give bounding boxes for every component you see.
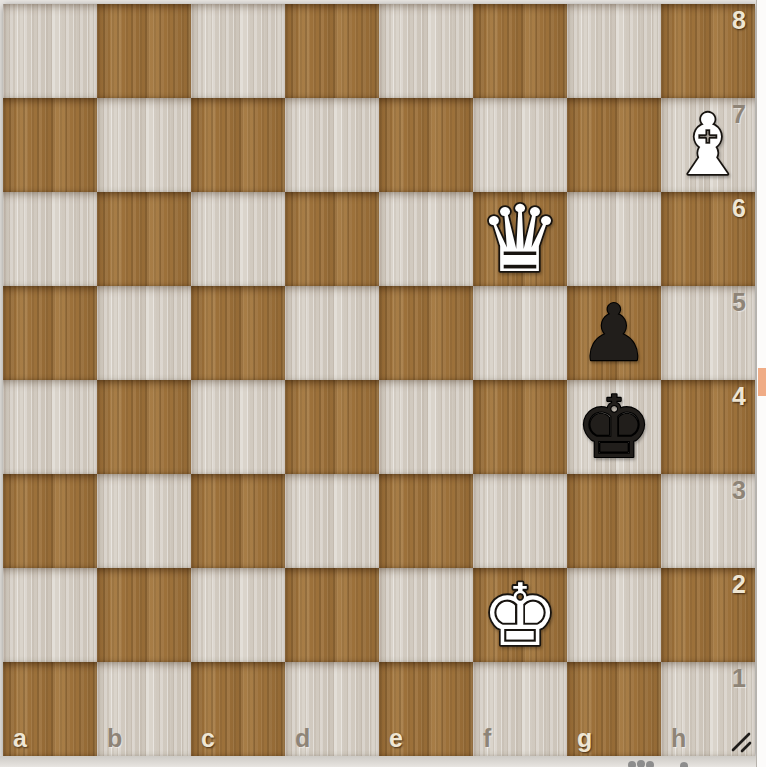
page-area-below-board — [0, 756, 756, 767]
square-c7[interactable] — [191, 98, 285, 192]
square-b7[interactable] — [97, 98, 191, 192]
square-d5[interactable] — [285, 286, 379, 380]
square-a3[interactable] — [3, 474, 97, 568]
square-g6[interactable] — [567, 192, 661, 286]
file-label-a: a — [13, 726, 27, 751]
file-label-h: h — [671, 726, 686, 751]
rank-label-6: 6 — [732, 196, 746, 221]
square-g1[interactable]: g — [567, 662, 661, 756]
square-d4[interactable] — [285, 380, 379, 474]
resize-handle-icon[interactable] — [729, 730, 753, 754]
square-b1[interactable]: b — [97, 662, 191, 756]
black-pawn[interactable]: ♟ — [567, 286, 661, 380]
rank-label-5: 5 — [732, 290, 746, 315]
black-king[interactable]: ♚ — [567, 380, 661, 474]
square-a1[interactable]: a — [3, 662, 97, 756]
square-g4[interactable]: ♚ — [567, 380, 661, 474]
square-h6[interactable]: 6 — [661, 192, 755, 286]
chess-board: 87♝♛6♟5♚43♚2abcdefgh1 — [3, 4, 755, 756]
square-f4[interactable] — [473, 380, 567, 474]
square-c1[interactable]: c — [191, 662, 285, 756]
square-d8[interactable] — [285, 4, 379, 98]
square-h8[interactable]: 8 — [661, 4, 755, 98]
square-d6[interactable] — [285, 192, 379, 286]
square-h7[interactable]: 7♝ — [661, 98, 755, 192]
cutoff-content-dot — [628, 761, 636, 767]
rank-label-3: 3 — [732, 478, 746, 503]
square-e5[interactable] — [379, 286, 473, 380]
svg-text:♟: ♟ — [579, 288, 649, 378]
white-queen[interactable]: ♛ — [473, 192, 567, 286]
square-d3[interactable] — [285, 474, 379, 568]
cutoff-content-dot — [646, 761, 654, 767]
square-g8[interactable] — [567, 4, 661, 98]
file-label-e: e — [389, 726, 403, 751]
square-a4[interactable] — [3, 380, 97, 474]
square-e7[interactable] — [379, 98, 473, 192]
square-d2[interactable] — [285, 568, 379, 662]
square-g7[interactable] — [567, 98, 661, 192]
square-e1[interactable]: e — [379, 662, 473, 756]
scrollbar-track[interactable] — [756, 0, 766, 767]
square-f8[interactable] — [473, 4, 567, 98]
square-f7[interactable] — [473, 98, 567, 192]
square-h3[interactable]: 3 — [661, 474, 755, 568]
square-f2[interactable]: ♚ — [473, 568, 567, 662]
square-e6[interactable] — [379, 192, 473, 286]
square-a7[interactable] — [3, 98, 97, 192]
square-f3[interactable] — [473, 474, 567, 568]
square-c2[interactable] — [191, 568, 285, 662]
chess-page: 87♝♛6♟5♚43♚2abcdefgh1 — [0, 0, 766, 767]
svg-text:♛: ♛ — [479, 192, 561, 286]
white-bishop[interactable]: ♝ — [661, 98, 755, 192]
square-c6[interactable] — [191, 192, 285, 286]
rank-label-1: 1 — [732, 666, 746, 691]
square-b4[interactable] — [97, 380, 191, 474]
file-label-c: c — [201, 726, 215, 751]
scrollbar-marker[interactable] — [758, 368, 766, 396]
rank-label-8: 8 — [732, 8, 746, 33]
square-a6[interactable] — [3, 192, 97, 286]
square-b6[interactable] — [97, 192, 191, 286]
square-c5[interactable] — [191, 286, 285, 380]
square-a8[interactable] — [3, 4, 97, 98]
white-king[interactable]: ♚ — [473, 568, 567, 662]
square-g5[interactable]: ♟ — [567, 286, 661, 380]
square-b2[interactable] — [97, 568, 191, 662]
square-d1[interactable]: d — [285, 662, 379, 756]
file-label-d: d — [295, 726, 310, 751]
square-b3[interactable] — [97, 474, 191, 568]
square-e2[interactable] — [379, 568, 473, 662]
rank-label-4: 4 — [732, 384, 746, 409]
square-e4[interactable] — [379, 380, 473, 474]
svg-text:♚: ♚ — [575, 380, 652, 474]
square-d7[interactable] — [285, 98, 379, 192]
square-c3[interactable] — [191, 474, 285, 568]
square-c4[interactable] — [191, 380, 285, 474]
square-b5[interactable] — [97, 286, 191, 380]
square-f6[interactable]: ♛ — [473, 192, 567, 286]
file-label-f: f — [483, 726, 491, 751]
svg-text:♚: ♚ — [481, 568, 558, 662]
square-a5[interactable] — [3, 286, 97, 380]
square-e3[interactable] — [379, 474, 473, 568]
cutoff-content-dot — [680, 762, 688, 767]
square-c8[interactable] — [191, 4, 285, 98]
file-label-b: b — [107, 726, 122, 751]
square-f5[interactable] — [473, 286, 567, 380]
square-g2[interactable] — [567, 568, 661, 662]
square-g3[interactable] — [567, 474, 661, 568]
square-f1[interactable]: f — [473, 662, 567, 756]
square-a2[interactable] — [3, 568, 97, 662]
square-h4[interactable]: 4 — [661, 380, 755, 474]
svg-text:♝: ♝ — [670, 98, 745, 192]
square-b8[interactable] — [97, 4, 191, 98]
square-h2[interactable]: 2 — [661, 568, 755, 662]
file-label-g: g — [577, 726, 592, 751]
square-h5[interactable]: 5 — [661, 286, 755, 380]
square-e8[interactable] — [379, 4, 473, 98]
cutoff-content-dot — [637, 760, 645, 767]
rank-label-2: 2 — [732, 572, 746, 597]
